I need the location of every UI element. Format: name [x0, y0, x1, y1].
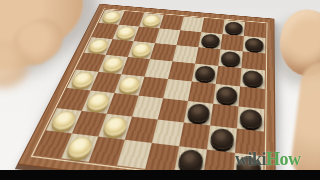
square-f4[interactable] [188, 81, 216, 103]
square-g4[interactable] [213, 84, 240, 107]
dark-piece[interactable] [194, 65, 216, 82]
square-f3[interactable] [184, 101, 213, 125]
dark-piece[interactable] [242, 70, 263, 87]
letterbox-bar-bottom [0, 170, 320, 180]
video-frame: wikiHow [0, 0, 320, 180]
wikihow-watermark-how: How [266, 149, 301, 169]
square-f2[interactable] [179, 122, 210, 149]
square-h3[interactable] [237, 106, 264, 131]
dark-piece[interactable] [200, 34, 220, 48]
dark-piece[interactable] [239, 108, 262, 129]
dark-piece[interactable] [245, 37, 264, 52]
dark-piece[interactable] [186, 103, 210, 123]
dark-piece[interactable] [210, 128, 235, 151]
dark-piece[interactable] [220, 51, 240, 67]
light-piece[interactable] [101, 116, 129, 138]
square-g3[interactable] [210, 104, 238, 129]
dark-piece[interactable] [224, 21, 243, 34]
light-piece[interactable] [130, 43, 153, 58]
light-piece[interactable] [117, 76, 142, 94]
square-g2[interactable] [207, 125, 237, 152]
wikihow-watermark-wiki: wiki [235, 149, 266, 169]
wikihow-watermark: wikiHow [235, 149, 301, 169]
dark-piece[interactable] [215, 86, 237, 105]
light-piece[interactable] [141, 14, 162, 27]
board-playing-field [34, 10, 266, 180]
square-h4[interactable] [239, 86, 265, 109]
